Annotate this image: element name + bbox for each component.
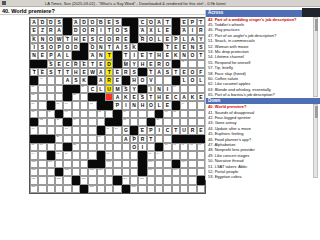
grid-cell[interactable] (80, 126, 88, 134)
grid-cell[interactable] (47, 176, 55, 180)
grid-cell[interactable] (163, 160, 171, 168)
grid-cell[interactable] (63, 160, 71, 168)
grid-cell[interactable] (72, 168, 80, 176)
grid-cell[interactable]: 76 (155, 118, 163, 126)
grid-cell[interactable]: 114 (122, 176, 130, 180)
grid-cell[interactable] (138, 118, 146, 126)
grid-cell[interactable]: T (105, 43, 113, 51)
grid-cell[interactable]: 107 (88, 168, 96, 176)
grid-cell[interactable] (147, 110, 155, 118)
grid-cell[interactable]: 26P (172, 35, 180, 43)
grid-cell[interactable] (38, 85, 46, 93)
grid-cell[interactable]: 12O (147, 18, 155, 26)
grid-cell[interactable] (155, 176, 163, 180)
grid-cell[interactable] (172, 151, 180, 159)
grid-cell[interactable]: O (113, 26, 121, 34)
grid-cell[interactable] (163, 76, 171, 84)
grid-cell[interactable] (38, 176, 46, 180)
grid-cell[interactable]: 52S (122, 85, 130, 93)
grid-cell[interactable] (122, 151, 130, 159)
grid-cell[interactable]: D (72, 43, 80, 51)
grid-cell[interactable]: C (63, 60, 71, 68)
grid-cell[interactable]: 72 (38, 118, 46, 126)
grid-cell[interactable] (172, 176, 180, 180)
grid-cell[interactable]: E (172, 43, 180, 51)
grid-cell[interactable]: E (80, 35, 88, 43)
grid-cell[interactable]: Y (197, 35, 205, 43)
grid-cell[interactable]: E (163, 51, 171, 59)
grid-cell[interactable]: 7O (88, 18, 96, 26)
grid-cell[interactable]: E (38, 51, 46, 59)
grid-cell[interactable] (80, 93, 88, 101)
grid-cell[interactable] (72, 110, 80, 118)
grid-cell[interactable] (163, 168, 171, 176)
grid-cell[interactable] (63, 176, 71, 180)
grid-cell[interactable]: A (55, 26, 63, 34)
grid-cell[interactable]: 78 (63, 126, 71, 134)
grid-cell[interactable]: 27I (30, 43, 38, 51)
grid-cell[interactable]: M (113, 85, 121, 93)
grid-cell[interactable]: R (47, 26, 55, 34)
grid-cell[interactable] (105, 143, 113, 151)
grid-cell[interactable] (197, 101, 205, 109)
grid-cell[interactable]: E (55, 60, 63, 68)
grid-cell[interactable]: I (163, 85, 171, 93)
grid-cell[interactable] (122, 143, 130, 151)
grid-cell[interactable] (97, 118, 105, 126)
grid-cell[interactable] (180, 176, 188, 180)
grid-cell[interactable] (38, 110, 46, 118)
grid-cell[interactable]: T (88, 60, 96, 68)
grid-cell[interactable]: 73 (55, 118, 63, 126)
grid-cell[interactable]: 74 (72, 118, 80, 126)
grid-cell[interactable]: 89 (163, 143, 171, 151)
grid-cell[interactable]: 104 (180, 160, 188, 168)
grid-cell[interactable]: 77 (30, 126, 38, 134)
grid-cell[interactable]: L (180, 35, 188, 43)
grid-cell[interactable]: C (97, 35, 105, 43)
grid-cell[interactable] (55, 93, 63, 101)
grid-cell[interactable]: L (97, 85, 105, 93)
grid-cell[interactable] (188, 118, 196, 126)
grid-cell[interactable] (163, 176, 171, 180)
grid-cell[interactable]: A (122, 135, 130, 143)
grid-cell[interactable] (88, 176, 96, 180)
grid-cell[interactable]: E (163, 101, 171, 109)
grid-cell[interactable]: V (147, 76, 155, 84)
grid-cell[interactable]: S (163, 68, 171, 76)
grid-cell[interactable]: 79 (105, 126, 113, 134)
grid-cell[interactable] (80, 118, 88, 126)
grid-cell[interactable] (188, 85, 196, 93)
down-scrollbar[interactable] (313, 104, 318, 178)
grid-cell[interactable]: O (105, 35, 113, 43)
grid-cell[interactable]: 113 (80, 176, 88, 180)
grid-cell[interactable]: I (130, 51, 138, 59)
grid-cell[interactable] (55, 143, 63, 151)
grid-cell[interactable] (180, 85, 188, 93)
grid-cell[interactable]: 87 (38, 143, 46, 151)
grid-cell[interactable] (80, 160, 88, 168)
grid-cell[interactable]: 21A (138, 26, 146, 34)
grid-cell[interactable]: 103 (147, 160, 155, 168)
grid-cell[interactable]: 71 (172, 110, 180, 118)
grid-cell[interactable]: O (130, 143, 138, 151)
grid-cell[interactable]: 115 (138, 176, 146, 180)
grid-cell[interactable]: 81E (138, 126, 146, 134)
grid-cell[interactable]: H (155, 93, 163, 101)
grid-cell[interactable]: H (138, 101, 146, 109)
grid-cell[interactable]: 14T (163, 18, 171, 26)
grid-cell[interactable]: 112 (55, 176, 63, 180)
grid-cell[interactable]: A (180, 93, 188, 101)
grid-cell[interactable] (97, 176, 105, 180)
grid-cell[interactable] (122, 168, 130, 176)
grid-cell[interactable]: U (105, 85, 113, 93)
across-scrollbar[interactable] (313, 17, 318, 97)
grid-cell[interactable] (113, 135, 121, 143)
grid-cell[interactable] (197, 60, 205, 68)
grid-cell[interactable]: 18E (30, 26, 38, 34)
grid-cell[interactable]: P (47, 51, 55, 59)
grid-cell[interactable]: 98 (147, 151, 155, 159)
grid-cell[interactable]: 50 (30, 85, 38, 93)
grid-cell[interactable]: 9E (105, 18, 113, 26)
grid-cell[interactable] (47, 126, 55, 134)
grid-cell[interactable] (155, 76, 163, 84)
grid-cell[interactable] (138, 110, 146, 118)
down-clue-item[interactable]: 53. Egyptian cobra (206, 174, 320, 179)
grid-cell[interactable]: E (80, 68, 88, 76)
grid-cell[interactable] (38, 160, 46, 168)
grid-cell[interactable] (172, 118, 180, 126)
across-clue-list[interactable]: 42. Part of a wedding singer's job descr… (206, 17, 320, 98)
grid-cell[interactable]: 4S (55, 18, 63, 26)
grid-cell[interactable]: 11C (138, 18, 146, 26)
grid-cell[interactable] (80, 151, 88, 159)
grid-cell[interactable]: 57 (105, 93, 113, 101)
grid-cell[interactable] (72, 160, 80, 168)
grid-cell[interactable]: O (47, 35, 55, 43)
grid-cell[interactable]: H (138, 60, 146, 68)
grid-cell[interactable] (80, 168, 88, 176)
grid-cell[interactable] (188, 168, 196, 176)
grid-cell[interactable]: U (180, 126, 188, 134)
grid-cell[interactable]: 88 (72, 143, 80, 151)
grid-cell[interactable]: 15E (180, 18, 188, 26)
grid-cell[interactable]: L (155, 26, 163, 34)
grid-cell[interactable] (72, 135, 80, 143)
grid-cell[interactable]: 45T (147, 68, 155, 76)
grid-cell[interactable] (113, 168, 121, 176)
grid-cell[interactable]: R (188, 126, 196, 134)
grid-cell[interactable]: 100 (30, 160, 38, 168)
grid-cell[interactable]: 53I (147, 85, 155, 93)
grid-cell[interactable] (55, 160, 63, 168)
grid-cell[interactable] (55, 76, 63, 84)
grid-cell[interactable] (130, 168, 138, 176)
grid-cell[interactable] (163, 118, 171, 126)
grid-cell[interactable]: A (97, 68, 105, 76)
grid-cell[interactable] (180, 168, 188, 176)
grid-cell[interactable]: 47A (97, 76, 105, 84)
grid-cell[interactable]: 32A (88, 51, 96, 59)
grid-cell[interactable] (88, 135, 96, 143)
grid-cell[interactable]: 29K (130, 43, 138, 51)
grid-cell[interactable]: K (122, 93, 130, 101)
grid-cell[interactable] (130, 176, 138, 180)
grid-cell[interactable] (55, 85, 63, 93)
grid-cell[interactable]: 23K (30, 35, 38, 43)
grid-cell[interactable] (80, 110, 88, 118)
grid-cell[interactable]: 10S (113, 18, 121, 26)
grid-cell[interactable]: 101 (47, 160, 55, 168)
grid-cell[interactable] (38, 93, 46, 101)
grid-cell[interactable] (97, 143, 105, 151)
grid-cell[interactable]: 48H (130, 76, 138, 84)
grid-cell[interactable]: A (155, 68, 163, 76)
grid-cell[interactable] (113, 151, 121, 159)
grid-cell[interactable] (105, 176, 113, 180)
grid-cell[interactable]: 110 (172, 168, 180, 176)
grid-cell[interactable]: S (197, 43, 205, 51)
grid-cell[interactable]: Y (130, 85, 138, 93)
grid-cell[interactable]: E (113, 76, 121, 84)
grid-cell[interactable]: 75 (122, 118, 130, 126)
grid-cell[interactable]: 25R (138, 35, 146, 43)
grid-cell[interactable] (130, 118, 138, 126)
grid-cell[interactable]: R (113, 35, 121, 43)
grid-cell[interactable]: E (180, 68, 188, 76)
grid-cell[interactable]: 95 (55, 151, 63, 159)
grid-cell[interactable]: E (163, 26, 171, 34)
grid-cell[interactable]: R (105, 76, 113, 84)
grid-cell[interactable]: 13A (155, 18, 163, 26)
grid-cell[interactable]: W (88, 68, 96, 76)
grid-cell[interactable] (113, 143, 121, 151)
grid-cell[interactable]: I (155, 126, 163, 134)
grid-cell[interactable]: 58S (138, 93, 146, 101)
grid-cell[interactable]: T (172, 68, 180, 76)
grid-cell[interactable]: H (72, 68, 80, 76)
grid-cell[interactable] (197, 151, 205, 159)
grid-cell[interactable] (88, 151, 96, 159)
grid-cell[interactable]: 30T (163, 43, 171, 51)
grid-cell[interactable] (47, 143, 55, 151)
grid-cell[interactable] (47, 76, 55, 84)
grid-cell[interactable] (80, 101, 88, 109)
grid-cell[interactable]: 49L (180, 76, 188, 84)
grid-cell[interactable]: A (188, 35, 196, 43)
grid-cell[interactable]: 97 (105, 151, 113, 159)
grid-cell[interactable]: 70 (163, 110, 171, 118)
down-clue-list[interactable]: 40. World premiere?41. Sounds of disappr… (206, 104, 320, 180)
grid-cell[interactable] (197, 160, 205, 168)
grid-cell[interactable]: G (122, 126, 130, 134)
grid-cell[interactable]: E (197, 126, 205, 134)
grid-cell[interactable] (130, 110, 138, 118)
grid-cell[interactable] (188, 160, 196, 168)
grid-cell[interactable]: 54 (172, 85, 180, 93)
grid-cell[interactable]: 62 (88, 101, 96, 109)
down-scrollbar-thumb[interactable] (315, 106, 319, 118)
grid-cell[interactable]: W (55, 35, 63, 43)
grid-cell[interactable]: 69 (122, 110, 130, 118)
grid-cell[interactable]: 109 (147, 168, 155, 176)
grid-cell[interactable] (72, 101, 80, 109)
grid-cell[interactable] (88, 143, 96, 151)
grid-cell[interactable]: 28O (88, 43, 96, 51)
grid-cell[interactable]: 106 (63, 168, 71, 176)
grid-cell[interactable]: I (122, 101, 130, 109)
grid-cell[interactable] (80, 135, 88, 143)
grid-cell[interactable]: K (80, 76, 88, 84)
grid-cell[interactable]: 92 (188, 143, 196, 151)
grid-cell[interactable]: 19D (72, 26, 80, 34)
grid-cell[interactable]: 22A (180, 26, 188, 34)
grid-cell[interactable]: 94 (30, 151, 38, 159)
grid-cell[interactable]: S (130, 68, 138, 76)
grid-cell[interactable] (147, 176, 155, 180)
grid-cell[interactable]: 43E (38, 68, 46, 76)
grid-cell[interactable]: 65 (30, 110, 38, 118)
grid-cell[interactable] (155, 135, 163, 143)
grid-cell[interactable]: E (180, 43, 188, 51)
grid-cell[interactable]: R (88, 26, 96, 34)
grid-cell[interactable] (188, 110, 196, 118)
grid-cell[interactable]: E (163, 35, 171, 43)
grid-cell[interactable]: T (105, 26, 113, 34)
grid-cell[interactable]: E (147, 60, 155, 68)
grid-cell[interactable]: 93 (197, 143, 205, 151)
grid-cell[interactable]: 17T (197, 18, 205, 26)
grid-cell[interactable] (47, 168, 55, 176)
grid-cell[interactable] (105, 110, 113, 118)
grid-cell[interactable]: 68 (97, 110, 105, 118)
grid-cell[interactable] (180, 151, 188, 159)
grid-cell[interactable]: 40M (122, 60, 130, 68)
grid-cell[interactable]: N (155, 85, 163, 93)
grid-cell[interactable]: C (172, 93, 180, 101)
grid-cell[interactable]: 56 (72, 93, 80, 101)
grid-cell[interactable]: L (63, 51, 71, 59)
grid-cell[interactable]: 1A (30, 18, 38, 26)
grid-cell[interactable] (197, 110, 205, 118)
grid-cell[interactable] (188, 176, 196, 180)
grid-cell[interactable] (122, 160, 130, 168)
grid-cell[interactable]: R (138, 135, 146, 143)
grid-cell[interactable]: Y (130, 60, 138, 68)
grid-cell[interactable]: 111 (30, 176, 38, 180)
grid-cell[interactable]: 20S (122, 26, 130, 34)
grid-cell[interactable]: O (188, 51, 196, 59)
grid-cell[interactable] (38, 151, 46, 159)
grid-cell[interactable]: T (147, 135, 155, 143)
grid-cell[interactable]: R (155, 60, 163, 68)
grid-cell[interactable]: O (47, 43, 55, 51)
grid-cell[interactable]: T (147, 93, 155, 101)
grid-cell[interactable]: P (55, 43, 63, 51)
grid-cell[interactable]: S (38, 43, 46, 51)
grid-cell[interactable] (113, 160, 121, 168)
grid-cell[interactable]: T (197, 51, 205, 59)
grid-cell[interactable]: O (147, 35, 155, 43)
grid-cell[interactable]: 31N (30, 51, 38, 59)
grid-cell[interactable]: 102 (105, 160, 113, 168)
grid-cell[interactable] (180, 110, 188, 118)
grid-cell[interactable]: N (188, 43, 196, 51)
grid-cell[interactable] (188, 151, 196, 159)
grid-cell[interactable]: R (122, 68, 130, 76)
grid-cell[interactable]: N (180, 51, 188, 59)
grid-cell[interactable] (55, 126, 63, 134)
grid-cell[interactable] (47, 85, 55, 93)
grid-cell[interactable]: 108 (97, 168, 105, 176)
grid-cell[interactable]: 3D (47, 18, 55, 26)
grid-cell[interactable] (188, 101, 196, 109)
grid-cell[interactable]: O (147, 101, 155, 109)
grid-cell[interactable]: S (47, 68, 55, 76)
grid-cell[interactable]: D (105, 60, 113, 68)
grid-cell[interactable]: 51 (80, 85, 88, 93)
grid-cell[interactable] (47, 93, 55, 101)
grid-cell[interactable] (63, 135, 71, 143)
grid-cell[interactable]: 60 (55, 101, 63, 109)
grid-cell[interactable]: 63P (113, 101, 121, 109)
grid-cell[interactable]: I (138, 143, 146, 151)
grid-cell[interactable]: E (122, 35, 130, 43)
grid-cell[interactable]: O (138, 76, 146, 84)
grid-cell[interactable] (188, 60, 196, 68)
grid-cell[interactable]: N (130, 101, 138, 109)
grid-cell[interactable]: 16P (188, 18, 196, 26)
grid-cell[interactable] (130, 151, 138, 159)
grid-cell[interactable]: 90 (172, 143, 180, 151)
grid-cell[interactable]: C (163, 126, 171, 134)
grid-cell[interactable]: 33T (122, 51, 130, 59)
grid-cell[interactable]: 44E (113, 68, 121, 76)
grid-cell[interactable]: T (105, 51, 113, 59)
grid-cell[interactable] (38, 101, 46, 109)
grid-cell[interactable]: 80 (113, 126, 121, 134)
grid-cell[interactable]: 24T (63, 35, 71, 43)
grid-cell[interactable]: T (63, 68, 71, 76)
grid-cell[interactable] (88, 118, 96, 126)
grid-cell[interactable]: 67 (63, 110, 71, 118)
grid-cell[interactable]: S (122, 43, 130, 51)
grid-cell[interactable]: 36H (155, 51, 163, 59)
grid-cell[interactable]: E (130, 93, 138, 101)
grid-cell[interactable]: F (197, 68, 205, 76)
grid-cell[interactable] (47, 118, 55, 126)
grid-cell[interactable]: 39E (80, 60, 88, 68)
grid-cell[interactable]: 6D (80, 18, 88, 26)
grid-cell[interactable]: N (97, 51, 105, 59)
grid-cell[interactable]: S (88, 35, 96, 43)
grid-cell[interactable] (38, 168, 46, 176)
grid-cell[interactable] (163, 151, 171, 159)
grid-cell[interactable]: 35T (147, 51, 155, 59)
grid-cell[interactable] (197, 85, 205, 93)
grid-cell[interactable]: L (155, 35, 163, 43)
grid-cell[interactable]: N (38, 35, 46, 43)
grid-cell[interactable]: E (97, 60, 105, 68)
grid-cell[interactable]: 105 (30, 168, 38, 176)
grid-cell[interactable]: 86 (30, 143, 38, 151)
grid-cell[interactable]: 61 (63, 101, 71, 109)
grid-cell[interactable]: Z (38, 26, 46, 34)
grid-cell[interactable]: 96 (63, 151, 71, 159)
